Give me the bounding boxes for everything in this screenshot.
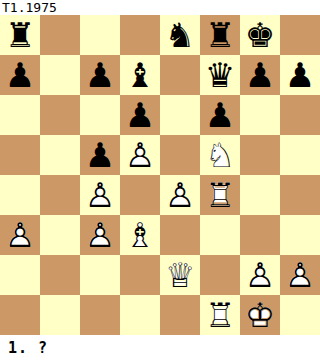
square-g7[interactable]: ♟ (240, 55, 280, 95)
square-h4[interactable] (280, 175, 320, 215)
square-d4[interactable] (120, 175, 160, 215)
square-a1[interactable] (0, 295, 40, 335)
piece-white-king-g1: ♚♔ (240, 295, 280, 335)
square-h2[interactable]: ♟♙ (280, 255, 320, 295)
pawn-icon: ♙ (160, 175, 200, 215)
square-g5[interactable] (240, 135, 280, 175)
square-a2[interactable] (0, 255, 40, 295)
piece-black-pawn-f6: ♟ (200, 95, 240, 135)
piece-white-queen-e2: ♛♕ (160, 255, 200, 295)
square-f7[interactable]: ♛ (200, 55, 240, 95)
piece-white-pawn-g2: ♟♙ (240, 255, 280, 295)
square-a4[interactable] (0, 175, 40, 215)
square-c7[interactable]: ♟ (80, 55, 120, 95)
piece-black-queen-f7: ♛ (200, 55, 240, 95)
piece-black-bishop-d7: ♝ (120, 55, 160, 95)
square-f8[interactable]: ♜ (200, 15, 240, 55)
square-e3[interactable] (160, 215, 200, 255)
square-c3[interactable]: ♟♙ (80, 215, 120, 255)
bishop-icon: ♗ (120, 215, 160, 255)
piece-white-bishop-d3: ♝♗ (120, 215, 160, 255)
square-e8[interactable]: ♞ (160, 15, 200, 55)
piece-black-king-g8: ♚ (240, 15, 280, 55)
square-e4[interactable]: ♟♙ (160, 175, 200, 215)
square-b8[interactable] (40, 15, 80, 55)
pawn-icon: ♙ (0, 215, 40, 255)
square-g2[interactable]: ♟♙ (240, 255, 280, 295)
piece-black-rook-a8: ♜ (0, 15, 40, 55)
square-c8[interactable] (80, 15, 120, 55)
square-d1[interactable] (120, 295, 160, 335)
piece-black-pawn-c7: ♟ (80, 55, 120, 95)
piece-black-pawn-a7: ♟ (0, 55, 40, 95)
piece-white-rook-f1: ♜♖ (200, 295, 240, 335)
piece-white-pawn-c4: ♟♙ (80, 175, 120, 215)
pawn-icon: ♙ (80, 215, 120, 255)
rook-icon: ♖ (200, 175, 240, 215)
rook-icon: ♖ (200, 295, 240, 335)
square-c1[interactable] (80, 295, 120, 335)
square-d3[interactable]: ♝♗ (120, 215, 160, 255)
square-a3[interactable]: ♟♙ (0, 215, 40, 255)
piece-white-pawn-h2: ♟♙ (280, 255, 320, 295)
pawn-icon: ♙ (280, 255, 320, 295)
square-d6[interactable]: ♟ (120, 95, 160, 135)
king-icon: ♔ (240, 295, 280, 335)
square-e7[interactable] (160, 55, 200, 95)
square-b5[interactable] (40, 135, 80, 175)
square-c4[interactable]: ♟♙ (80, 175, 120, 215)
square-h3[interactable] (280, 215, 320, 255)
square-f1[interactable]: ♜♖ (200, 295, 240, 335)
square-h5[interactable] (280, 135, 320, 175)
piece-white-pawn-d5: ♟♙ (120, 135, 160, 175)
square-a7[interactable]: ♟ (0, 55, 40, 95)
square-d2[interactable] (120, 255, 160, 295)
square-h1[interactable] (280, 295, 320, 335)
square-f3[interactable] (200, 215, 240, 255)
square-d8[interactable] (120, 15, 160, 55)
pawn-icon: ♙ (80, 175, 120, 215)
square-f5[interactable]: ♞♘ (200, 135, 240, 175)
piece-black-pawn-d6: ♟ (120, 95, 160, 135)
caption-bar: 1. ? (0, 335, 320, 360)
chess-board: ♜♞♜♚♟♟♝♛♟♟♟♟♟♟♙♞♘♟♙♟♙♜♖♟♙♟♙♝♗♛♕♟♙♟♙♜♖♚♔ (0, 15, 320, 335)
piece-white-knight-f5: ♞♘ (200, 135, 240, 175)
square-h6[interactable] (280, 95, 320, 135)
piece-black-pawn-c5: ♟ (80, 135, 120, 175)
square-a6[interactable] (0, 95, 40, 135)
piece-white-pawn-e4: ♟♙ (160, 175, 200, 215)
square-b6[interactable] (40, 95, 80, 135)
square-b1[interactable] (40, 295, 80, 335)
square-e5[interactable] (160, 135, 200, 175)
piece-black-pawn-g7: ♟ (240, 55, 280, 95)
square-f2[interactable] (200, 255, 240, 295)
square-f4[interactable]: ♜♖ (200, 175, 240, 215)
square-c5[interactable]: ♟ (80, 135, 120, 175)
piece-black-pawn-h7: ♟ (280, 55, 320, 95)
pawn-icon: ♙ (240, 255, 280, 295)
square-e1[interactable] (160, 295, 200, 335)
square-c6[interactable] (80, 95, 120, 135)
knight-icon: ♘ (200, 135, 240, 175)
square-g1[interactable]: ♚♔ (240, 295, 280, 335)
queen-icon: ♕ (160, 255, 200, 295)
square-g8[interactable]: ♚ (240, 15, 280, 55)
square-e2[interactable]: ♛♕ (160, 255, 200, 295)
square-a8[interactable]: ♜ (0, 15, 40, 55)
square-a5[interactable] (0, 135, 40, 175)
piece-black-knight-e8: ♞ (160, 15, 200, 55)
title-bar: T1.1975 (0, 0, 320, 15)
square-b2[interactable] (40, 255, 80, 295)
diagram-title: T1.1975 (0, 0, 57, 15)
square-h8[interactable] (280, 15, 320, 55)
square-c2[interactable] (80, 255, 120, 295)
pawn-icon: ♙ (120, 135, 160, 175)
square-g4[interactable] (240, 175, 280, 215)
piece-white-pawn-a3: ♟♙ (0, 215, 40, 255)
piece-white-pawn-c3: ♟♙ (80, 215, 120, 255)
piece-white-rook-f4: ♜♖ (200, 175, 240, 215)
square-e6[interactable] (160, 95, 200, 135)
square-g6[interactable] (240, 95, 280, 135)
move-prompt: 1. ? (0, 339, 48, 357)
square-g3[interactable] (240, 215, 280, 255)
square-f6[interactable]: ♟ (200, 95, 240, 135)
square-h7[interactable]: ♟ (280, 55, 320, 95)
square-d7[interactable]: ♝ (120, 55, 160, 95)
square-d5[interactable]: ♟♙ (120, 135, 160, 175)
piece-black-rook-f8: ♜ (200, 15, 240, 55)
square-b3[interactable] (40, 215, 80, 255)
square-b4[interactable] (40, 175, 80, 215)
square-b7[interactable] (40, 55, 80, 95)
